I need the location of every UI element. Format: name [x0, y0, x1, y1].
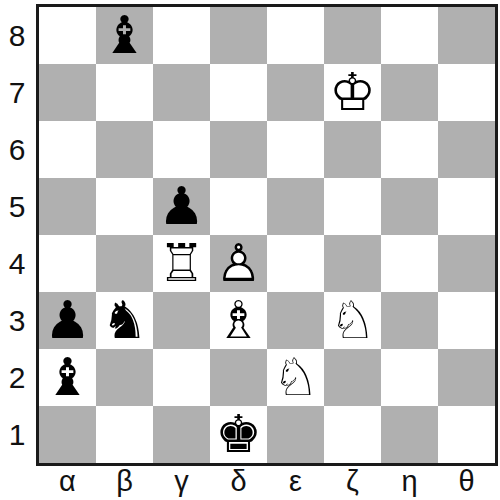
square-a3[interactable]: ♟: [39, 292, 96, 349]
square-e3[interactable]: [267, 292, 324, 349]
square-b7[interactable]: [96, 64, 153, 121]
square-b2[interactable]: [96, 349, 153, 406]
piece-outline: ♙: [210, 235, 267, 292]
square-a8[interactable]: [39, 7, 96, 64]
square-b1[interactable]: [96, 406, 153, 463]
piece-black-knight[interactable]: ♞: [96, 292, 153, 349]
piece-outline: ♗: [210, 292, 267, 349]
rank-label-7: 7: [0, 64, 34, 121]
piece-black-bishop[interactable]: ♝: [39, 349, 96, 406]
square-h5[interactable]: [438, 178, 495, 235]
square-h7[interactable]: [438, 64, 495, 121]
rank-label-2: 2: [0, 349, 34, 406]
square-c8[interactable]: [153, 7, 210, 64]
square-d5[interactable]: [210, 178, 267, 235]
file-labels: αβγδεζηθ: [39, 464, 495, 498]
piece-black-pawn[interactable]: ♟: [39, 292, 96, 349]
square-e2[interactable]: ♞♘: [267, 349, 324, 406]
square-g2[interactable]: [381, 349, 438, 406]
piece-black-bishop[interactable]: ♝: [96, 7, 153, 64]
rank-label-8: 8: [0, 7, 34, 64]
piece-white-bishop[interactable]: ♝♗: [210, 292, 267, 349]
square-d2[interactable]: [210, 349, 267, 406]
file-label-c: γ: [153, 464, 210, 498]
square-a5[interactable]: [39, 178, 96, 235]
square-c1[interactable]: [153, 406, 210, 463]
square-e7[interactable]: [267, 64, 324, 121]
square-g4[interactable]: [381, 235, 438, 292]
square-a1[interactable]: [39, 406, 96, 463]
square-f4[interactable]: [324, 235, 381, 292]
chess-diagram: 87654321 ♝♚♔♟♜♖♟♙♟♞♝♗♞♘♝♞♘♚ αβγδεζηθ: [0, 0, 500, 500]
square-c5[interactable]: ♟: [153, 178, 210, 235]
square-c7[interactable]: [153, 64, 210, 121]
square-g8[interactable]: [381, 7, 438, 64]
square-a6[interactable]: [39, 121, 96, 178]
file-label-g: η: [381, 464, 438, 498]
rank-label-3: 3: [0, 292, 34, 349]
square-e5[interactable]: [267, 178, 324, 235]
square-c2[interactable]: [153, 349, 210, 406]
rank-label-1: 1: [0, 406, 34, 463]
square-f1[interactable]: [324, 406, 381, 463]
square-a4[interactable]: [39, 235, 96, 292]
square-e4[interactable]: [267, 235, 324, 292]
square-g3[interactable]: [381, 292, 438, 349]
square-b5[interactable]: [96, 178, 153, 235]
piece-outline: ♘: [267, 349, 324, 406]
square-d8[interactable]: [210, 7, 267, 64]
file-label-a: α: [39, 464, 96, 498]
square-f2[interactable]: [324, 349, 381, 406]
piece-white-king[interactable]: ♚♔: [324, 64, 381, 121]
square-d3[interactable]: ♝♗: [210, 292, 267, 349]
square-g5[interactable]: [381, 178, 438, 235]
chess-board: ♝♚♔♟♜♖♟♙♟♞♝♗♞♘♝♞♘♚: [36, 4, 498, 466]
square-b8[interactable]: ♝: [96, 7, 153, 64]
square-a2[interactable]: ♝: [39, 349, 96, 406]
square-b6[interactable]: [96, 121, 153, 178]
square-c4[interactable]: ♜♖: [153, 235, 210, 292]
square-b3[interactable]: ♞: [96, 292, 153, 349]
square-a7[interactable]: [39, 64, 96, 121]
file-label-d: δ: [210, 464, 267, 498]
square-f5[interactable]: [324, 178, 381, 235]
piece-outline: ♔: [324, 64, 381, 121]
square-c3[interactable]: [153, 292, 210, 349]
square-h6[interactable]: [438, 121, 495, 178]
square-f6[interactable]: [324, 121, 381, 178]
file-label-h: θ: [438, 464, 495, 498]
square-e8[interactable]: [267, 7, 324, 64]
square-c6[interactable]: [153, 121, 210, 178]
rank-label-6: 6: [0, 121, 34, 178]
piece-outline: ♘: [324, 292, 381, 349]
square-f3[interactable]: ♞♘: [324, 292, 381, 349]
square-d1[interactable]: ♚: [210, 406, 267, 463]
square-d6[interactable]: [210, 121, 267, 178]
square-e1[interactable]: [267, 406, 324, 463]
square-b4[interactable]: [96, 235, 153, 292]
square-h3[interactable]: [438, 292, 495, 349]
rank-label-4: 4: [0, 235, 34, 292]
square-f8[interactable]: [324, 7, 381, 64]
square-h2[interactable]: [438, 349, 495, 406]
file-label-f: ζ: [324, 464, 381, 498]
square-d7[interactable]: [210, 64, 267, 121]
square-f7[interactable]: ♚♔: [324, 64, 381, 121]
piece-white-rook[interactable]: ♜♖: [153, 235, 210, 292]
rank-label-5: 5: [0, 178, 34, 235]
piece-black-pawn[interactable]: ♟: [153, 178, 210, 235]
square-h8[interactable]: [438, 7, 495, 64]
square-g6[interactable]: [381, 121, 438, 178]
square-h4[interactable]: [438, 235, 495, 292]
piece-white-pawn[interactable]: ♟♙: [210, 235, 267, 292]
square-h1[interactable]: [438, 406, 495, 463]
file-label-e: ε: [267, 464, 324, 498]
file-label-b: β: [96, 464, 153, 498]
piece-white-knight[interactable]: ♞♘: [267, 349, 324, 406]
piece-outline: ♖: [153, 235, 210, 292]
square-e6[interactable]: [267, 121, 324, 178]
rank-labels: 87654321: [0, 7, 34, 463]
square-g1[interactable]: [381, 406, 438, 463]
square-g7[interactable]: [381, 64, 438, 121]
piece-black-king[interactable]: ♚: [210, 406, 267, 463]
square-d4[interactable]: ♟♙: [210, 235, 267, 292]
piece-white-knight[interactable]: ♞♘: [324, 292, 381, 349]
